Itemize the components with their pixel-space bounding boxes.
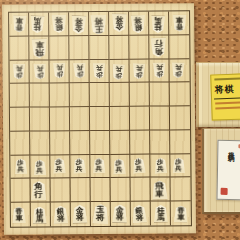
piece-sente-bishop[interactable]: 角行: [31, 181, 48, 200]
piece-sente-pawn[interactable]: 歩兵: [52, 158, 66, 174]
square-52[interactable]: [89, 36, 109, 60]
square-38[interactable]: [131, 178, 151, 202]
square-71[interactable]: 銀将: [49, 12, 69, 36]
piece-kanji: 兵: [96, 166, 103, 172]
square-42[interactable]: [109, 35, 129, 59]
square-79[interactable]: 銀将: [51, 202, 71, 226]
piece-kanji: 兵: [36, 168, 43, 175]
piece-gote-knight[interactable]: 桂馬: [151, 15, 166, 33]
lid-label-fine-print: [215, 107, 240, 110]
square-32[interactable]: [129, 35, 149, 59]
piece-gote-pawn[interactable]: 歩兵: [12, 64, 26, 80]
square-14[interactable]: [170, 83, 190, 107]
piece-kanji: 馬: [157, 214, 164, 221]
piece-kanji: 兵: [115, 66, 122, 73]
piece-kanji: 車: [16, 214, 24, 221]
square-56[interactable]: [90, 131, 110, 155]
square-64[interactable]: [70, 83, 90, 107]
square-11[interactable]: 香車: [169, 11, 189, 35]
piece-kanji: 将: [96, 214, 105, 222]
square-46[interactable]: [110, 131, 130, 155]
maker-label: 将棋駒: [216, 140, 240, 200]
square-29[interactable]: 桂馬: [151, 202, 171, 226]
piece-kanji: 兵: [56, 166, 63, 173]
square-83[interactable]: 歩兵: [29, 60, 49, 84]
square-18[interactable]: [171, 178, 191, 202]
piece-gote-pawn[interactable]: 歩兵: [132, 63, 146, 79]
square-59[interactable]: 玉将: [91, 202, 111, 226]
square-48[interactable]: [111, 178, 131, 202]
lid-label-text: 将棋: [215, 82, 240, 96]
square-26[interactable]: [150, 130, 170, 154]
square-28[interactable]: 飛車: [151, 178, 171, 202]
piece-gote-rook[interactable]: 飛車: [31, 38, 48, 57]
lid-label-fine-print: [215, 102, 240, 105]
piece-sente-pawn[interactable]: 歩兵: [73, 158, 87, 174]
piece-sente-pawn[interactable]: 歩兵: [14, 158, 28, 174]
piece-gote-lance[interactable]: 香車: [12, 15, 27, 33]
square-31[interactable]: 銀将: [129, 12, 149, 36]
piece-kanji: 車: [176, 16, 183, 23]
piece-kanji: 馬: [155, 17, 163, 24]
piece-sente-lance[interactable]: 香車: [12, 206, 27, 223]
piece-sente-silver[interactable]: 銀将: [131, 205, 147, 224]
piece-sente-knight[interactable]: 桂馬: [153, 205, 168, 222]
piece-kanji: 将: [115, 214, 123, 222]
square-24[interactable]: [150, 83, 170, 107]
piece-kanji: 兵: [176, 166, 183, 172]
square-67[interactable]: 歩兵: [70, 155, 90, 179]
square-98[interactable]: [11, 179, 31, 203]
piece-kanji: 車: [16, 17, 24, 24]
square-25[interactable]: [150, 106, 170, 130]
piece-gote-silver[interactable]: 銀将: [51, 15, 67, 33]
square-47[interactable]: 歩兵: [110, 154, 130, 178]
piece-kanji: 馬: [36, 216, 44, 223]
piece-kanji: 兵: [96, 65, 103, 71]
piece-kanji: 金: [74, 25, 82, 33]
square-66[interactable]: [70, 131, 90, 155]
piece-sente-pawn[interactable]: 歩兵: [154, 158, 168, 174]
lid-label-small-text: [214, 78, 240, 81]
piece-kanji: 兵: [157, 166, 164, 173]
piece-kanji: 車: [177, 214, 184, 221]
piece-sente-pawn[interactable]: 歩兵: [33, 160, 47, 176]
piece-kanji: 兵: [116, 166, 123, 173]
piece-gote-gold[interactable]: 金将: [111, 14, 127, 33]
piece-sente-king[interactable]: 玉将: [92, 204, 109, 224]
maker-label-text: 将棋駒: [226, 146, 235, 152]
square-81[interactable]: 桂馬: [29, 12, 49, 36]
square-16[interactable]: [170, 130, 190, 154]
square-22[interactable]: 角行: [149, 35, 169, 59]
piece-kanji: 将: [135, 214, 143, 222]
square-19[interactable]: 香車: [171, 201, 191, 225]
piece-gote-king[interactable]: 王将: [90, 15, 107, 35]
board-grid: 香車桂馬銀将金将王将金将銀将桂馬香車飛車角行歩兵歩兵歩兵歩兵歩兵歩兵歩兵歩兵歩兵…: [8, 10, 192, 228]
piece-gote-pawn[interactable]: 歩兵: [33, 64, 47, 80]
square-53[interactable]: 歩兵: [89, 59, 109, 83]
square-44[interactable]: [110, 83, 130, 107]
piece-gote-knight[interactable]: 桂馬: [30, 15, 45, 33]
square-82[interactable]: 飛車: [29, 36, 49, 60]
square-51[interactable]: 王将: [89, 12, 109, 36]
square-88[interactable]: 角行: [31, 179, 51, 203]
piece-sente-silver[interactable]: 銀将: [53, 206, 69, 224]
piece-sente-knight[interactable]: 桂馬: [32, 207, 47, 225]
square-68[interactable]: [71, 179, 91, 203]
square-62[interactable]: [69, 36, 89, 60]
piece-kanji: 将: [55, 17, 63, 25]
square-15[interactable]: [170, 106, 190, 130]
square-55[interactable]: [90, 107, 110, 131]
piece-kanji: 将: [74, 17, 82, 25]
lid-label: 将棋: [210, 73, 240, 120]
piece-sente-gold[interactable]: 金将: [111, 204, 127, 223]
piece-kanji: 兵: [17, 166, 24, 173]
square-94[interactable]: [10, 84, 30, 108]
square-84[interactable]: [30, 84, 50, 108]
piece-kanji: 将: [76, 214, 84, 222]
square-85[interactable]: [30, 108, 50, 132]
square-61[interactable]: 金将: [69, 12, 89, 36]
square-57[interactable]: 歩兵: [90, 155, 110, 179]
piece-sente-rook[interactable]: 飛車: [152, 180, 169, 200]
piece-sente-pawn[interactable]: 歩兵: [112, 158, 126, 174]
shogi-board: 香車桂馬銀将金将王将金将銀将桂馬香車飛車角行歩兵歩兵歩兵歩兵歩兵歩兵歩兵歩兵歩兵…: [2, 3, 196, 235]
square-33[interactable]: 歩兵: [129, 59, 149, 83]
piece-kanji: 歩: [156, 70, 163, 76]
square-34[interactable]: [130, 83, 150, 107]
square-35[interactable]: [130, 107, 150, 131]
piece-gote-pawn[interactable]: 歩兵: [73, 63, 87, 79]
piece-sente-pawn[interactable]: 歩兵: [132, 157, 146, 173]
piece-kanji: 車: [35, 40, 43, 48]
square-58[interactable]: [91, 178, 111, 202]
square-63[interactable]: 歩兵: [69, 60, 89, 84]
square-73[interactable]: 歩兵: [49, 60, 69, 84]
square-43[interactable]: 歩兵: [109, 59, 129, 83]
square-54[interactable]: [90, 83, 110, 107]
piece-kanji: 銀: [55, 24, 63, 32]
piece-gote-pawn[interactable]: 歩兵: [52, 63, 66, 79]
piece-kanji: 歩: [96, 71, 103, 77]
piece-gote-pawn[interactable]: 歩兵: [92, 63, 105, 79]
square-21[interactable]: 桂馬: [149, 11, 169, 35]
square-27[interactable]: 歩兵: [150, 154, 170, 178]
piece-gote-pawn[interactable]: 歩兵: [152, 63, 165, 79]
piece-sente-pawn[interactable]: 歩兵: [92, 158, 105, 174]
square-23[interactable]: 歩兵: [149, 59, 169, 83]
piece-kanji: 兵: [15, 65, 22, 72]
piece-gote-pawn[interactable]: 歩兵: [111, 64, 125, 80]
piece-kanji: 兵: [135, 65, 142, 72]
square-92[interactable]: [9, 36, 29, 60]
square-41[interactable]: 金将: [109, 12, 129, 36]
red-seal-icon: [221, 188, 228, 195]
piece-sente-lance[interactable]: 香車: [173, 205, 188, 222]
square-97[interactable]: 歩兵: [10, 155, 30, 179]
piece-box-body: 将棋駒: [202, 128, 240, 214]
piece-gote-gold[interactable]: 金将: [70, 15, 86, 34]
piece-gote-lance[interactable]: 香車: [172, 15, 186, 32]
piece-kanji: 兵: [136, 165, 143, 172]
piece-kanji: 兵: [175, 64, 182, 71]
square-91[interactable]: 香車: [9, 13, 29, 37]
square-86[interactable]: [30, 131, 50, 155]
piece-kanji: 将: [134, 17, 142, 25]
square-76[interactable]: [50, 131, 70, 155]
piece-kanji: 兵: [76, 64, 83, 71]
piece-kanji: 兵: [36, 65, 43, 72]
square-36[interactable]: [130, 130, 150, 154]
piece-kanji: 将: [94, 16, 103, 24]
shogi-photo-scene: 香車桂馬銀将金将王将金将銀将桂馬香車飛車角行歩兵歩兵歩兵歩兵歩兵歩兵歩兵歩兵歩兵…: [0, 0, 240, 240]
piece-sente-pawn[interactable]: 歩兵: [173, 158, 186, 174]
lid-label-rule: [214, 97, 240, 99]
square-12[interactable]: [169, 35, 189, 59]
square-77[interactable]: 歩兵: [50, 155, 70, 179]
piece-kanji: 兵: [156, 64, 163, 70]
piece-kanji: 行: [154, 39, 162, 47]
piece-gote-pawn[interactable]: 歩兵: [172, 63, 186, 79]
square-69[interactable]: 金将: [71, 202, 91, 226]
square-75[interactable]: [50, 107, 70, 131]
square-13[interactable]: 歩兵: [169, 59, 189, 83]
piece-kanji: 馬: [34, 17, 42, 24]
square-45[interactable]: [110, 107, 130, 131]
piece-kanji: 車: [156, 190, 165, 198]
square-96[interactable]: [10, 131, 30, 155]
piece-box-lid: 将棋: [196, 62, 240, 127]
red-seal-small-icon: [238, 144, 240, 148]
square-89[interactable]: 桂馬: [31, 203, 51, 227]
square-37[interactable]: 歩兵: [130, 154, 150, 178]
square-87[interactable]: 歩兵: [30, 155, 50, 179]
piece-gote-bishop[interactable]: 角行: [150, 37, 167, 56]
square-39[interactable]: 銀将: [131, 202, 151, 226]
piece-kanji: 兵: [76, 166, 83, 173]
piece-kanji: 兵: [56, 64, 63, 71]
square-99[interactable]: 香車: [11, 203, 31, 227]
piece-kanji: 金: [115, 23, 123, 31]
square-93[interactable]: 歩兵: [9, 60, 29, 84]
square-95[interactable]: [10, 108, 30, 132]
piece-kanji: 将: [115, 16, 123, 24]
square-74[interactable]: [50, 84, 70, 108]
piece-kanji: 将: [57, 215, 65, 223]
square-78[interactable]: [51, 179, 71, 203]
piece-kanji: 行: [35, 191, 43, 199]
square-49[interactable]: 金将: [111, 202, 131, 226]
square-65[interactable]: [70, 107, 90, 131]
piece-sente-gold[interactable]: 金将: [72, 205, 88, 224]
square-72[interactable]: [49, 36, 69, 60]
piece-kanji: 銀: [134, 24, 142, 32]
piece-gote-silver[interactable]: 銀将: [130, 15, 146, 33]
square-17[interactable]: 歩兵: [170, 154, 190, 178]
